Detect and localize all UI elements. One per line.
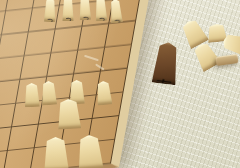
piece-dragon-king: 龍王: [75, 134, 105, 168]
piece-kanji: 龍馬: [49, 160, 63, 161]
shogi-photo-scene: ととととと歩兵歩兵歩兵歩兵飛車龍馬龍王寿馬金王: [0, 0, 240, 168]
piece-kanji: 金: [211, 41, 225, 43]
piece-back-1: と: [43, 0, 57, 22]
piece-kanji: 歩兵: [101, 105, 110, 106]
piece-kanji: と: [81, 20, 89, 29]
pile-piece-5: [215, 54, 238, 66]
piece-kanji: と: [113, 23, 122, 33]
piece-pawn-4: 歩兵: [94, 80, 113, 105]
piece-kanji: 飛車: [63, 123, 76, 124]
piece-dragon-horse: 龍馬: [41, 137, 70, 168]
piece-kotobuki: 寿: [150, 41, 182, 86]
piece-back-3: と: [78, 0, 92, 20]
piece-pawn-1: 歩兵: [23, 83, 41, 108]
piece-kanji: と: [45, 22, 53, 31]
piece-back-5: と: [108, 0, 123, 24]
piece-kanji: 龍王: [84, 158, 98, 160]
piece-pawn-2: 歩兵: [40, 81, 58, 106]
piece-kanji: と: [98, 21, 106, 31]
pieces-layer: ととととと歩兵歩兵歩兵歩兵飛車龍馬龍王寿馬金王: [0, 0, 240, 168]
piece-kanji: 寿: [157, 65, 174, 67]
piece-back-4: と: [94, 0, 108, 21]
piece-kanji: と: [64, 21, 72, 30]
piece-back-2: と: [62, 0, 75, 21]
